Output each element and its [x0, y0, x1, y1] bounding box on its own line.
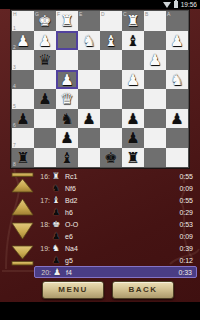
move-list: 16:♜Rc10:55♞Nf60:0917:♝Bd20:55♟h60:2918:… [34, 170, 197, 278]
move-piece-icon: ♜ [50, 170, 62, 182]
square-h1[interactable]: H1 [12, 11, 34, 31]
square-h7[interactable]: 7 [12, 128, 34, 148]
move-number: 19: [34, 245, 50, 252]
nav-jump-to-end-button[interactable] [12, 246, 33, 265]
file-label: H [13, 11, 17, 17]
square-c4[interactable]: ♟ [122, 70, 144, 90]
square-e1[interactable]: E [78, 11, 100, 31]
piece-bR: ♜ [12, 148, 34, 168]
square-d2[interactable]: ♝ [100, 31, 122, 51]
move-san: Na4 [62, 245, 179, 252]
square-c8[interactable]: ♜ [122, 148, 144, 168]
square-b7[interactable] [144, 128, 166, 148]
piece-wP: ♟ [144, 50, 166, 70]
piece-wP: ♟ [12, 31, 34, 51]
screen: 19:56 H1G♚F♜EDC♜BA2♟♟♞♝♝♟3♛♟4♟♟♞5♟♛6♟♞♟♟… [0, 0, 200, 320]
square-d1[interactable]: D [100, 11, 122, 31]
square-e3[interactable] [78, 50, 100, 70]
square-g5[interactable]: ♟ [34, 89, 56, 109]
piece-wB: ♝ [100, 31, 122, 51]
square-g2[interactable]: ♟ [34, 31, 56, 51]
square-h8[interactable]: 8♜ [12, 148, 34, 168]
move-san: Bd2 [62, 197, 179, 204]
square-a2[interactable]: ♟ [166, 31, 188, 51]
move-piece-icon: ♟ [51, 266, 63, 278]
piece-wR: ♜ [56, 11, 78, 31]
move-san: Nf6 [62, 185, 179, 192]
status-time: 19:56 [181, 0, 197, 9]
piece-wN: ♞ [166, 70, 188, 90]
piece-bK: ♚ [100, 148, 122, 168]
wifi-icon [163, 2, 171, 8]
square-g1[interactable]: G♚ [34, 11, 56, 31]
square-h3[interactable]: 3 [12, 50, 34, 70]
square-h2[interactable]: 2♟ [12, 31, 34, 51]
move-row[interactable]: 18:♚O-O0:53 [34, 218, 197, 230]
square-a6[interactable]: ♟ [166, 109, 188, 129]
piece-wP: ♟ [56, 70, 78, 90]
piece-bP: ♟ [122, 128, 144, 148]
square-g4[interactable] [34, 70, 56, 90]
square-c7[interactable]: ♟ [122, 128, 144, 148]
square-g6[interactable] [34, 109, 56, 129]
move-piece-icon: ♟ [50, 230, 62, 242]
piece-bP: ♟ [34, 89, 56, 109]
square-f3[interactable] [56, 50, 78, 70]
square-d6[interactable] [100, 109, 122, 129]
move-row[interactable]: ♟e60:09 [34, 230, 197, 242]
square-f1[interactable]: F♜ [56, 11, 78, 31]
square-a3[interactable] [166, 50, 188, 70]
square-f5[interactable]: ♛ [56, 89, 78, 109]
nav-previous-move-button[interactable] [12, 199, 33, 215]
square-e4[interactable] [78, 70, 100, 90]
move-clock: 0:55 [179, 173, 197, 180]
square-e5[interactable] [78, 89, 100, 109]
move-row[interactable]: ♟h60:29 [34, 206, 197, 218]
move-clock: 0:53 [179, 221, 197, 228]
move-san: g5 [62, 257, 179, 264]
move-piece-icon: ♞ [50, 242, 62, 254]
move-piece-icon: ♝ [50, 194, 62, 206]
square-a5[interactable] [166, 89, 188, 109]
square-c5[interactable] [122, 89, 144, 109]
square-f2[interactable] [56, 31, 78, 51]
move-clock: 0:12 [179, 257, 197, 264]
piece-wQ: ♛ [56, 89, 78, 109]
square-d8[interactable]: ♚ [100, 148, 122, 168]
piece-bB: ♝ [56, 148, 78, 168]
square-a7[interactable] [166, 128, 188, 148]
move-san: e6 [62, 233, 179, 240]
square-h4[interactable]: 4 [12, 70, 34, 90]
menu-button[interactable]: MENU [42, 281, 104, 299]
move-san: h6 [62, 209, 179, 216]
square-e2[interactable]: ♞ [78, 31, 100, 51]
square-c1[interactable]: C♜ [122, 11, 144, 31]
move-san: f4 [63, 269, 178, 276]
piece-wK: ♚ [34, 11, 56, 31]
move-row[interactable]: 19:♞Na40:39 [34, 242, 197, 254]
square-h6[interactable]: 6♟ [12, 109, 34, 129]
chess-board: H1G♚F♜EDC♜BA2♟♟♞♝♝♟3♛♟4♟♟♞5♟♛6♟♞♟♟♟7♟♟8♜… [11, 10, 189, 168]
square-f4[interactable]: ♟ [56, 70, 78, 90]
move-piece-icon: ♟ [50, 206, 62, 218]
square-a8[interactable] [166, 148, 188, 168]
move-row[interactable]: 16:♜Rc10:55 [34, 170, 197, 182]
move-clock: 0:09 [179, 233, 197, 240]
square-d5[interactable] [100, 89, 122, 109]
square-f7[interactable]: ♟ [56, 128, 78, 148]
move-number: 18: [34, 221, 50, 228]
move-clock: 0:55 [179, 197, 197, 204]
piece-bP: ♟ [78, 109, 100, 129]
move-number: 20: [35, 269, 51, 276]
piece-wP: ♟ [166, 31, 188, 51]
square-c2[interactable]: ♝ [122, 31, 144, 51]
move-row[interactable]: 20:♟f40:33 [34, 266, 197, 278]
square-d4[interactable] [100, 70, 122, 90]
move-row[interactable]: ♞Nf60:09 [34, 182, 197, 194]
battery-icon [174, 1, 178, 8]
piece-bR: ♜ [122, 148, 144, 168]
move-san: Rc1 [62, 173, 179, 180]
square-b8[interactable] [144, 148, 166, 168]
move-number: 17: [34, 197, 50, 204]
file-label: B [145, 11, 148, 17]
move-piece-icon: ♟ [50, 254, 62, 266]
nav-jump-to-start-button[interactable] [12, 173, 33, 192]
move-clock: 0:09 [179, 185, 197, 192]
square-b5[interactable] [144, 89, 166, 109]
square-c3[interactable] [122, 50, 144, 70]
piece-bQ: ♛ [34, 50, 56, 70]
square-a1[interactable]: A [166, 11, 188, 31]
move-row[interactable]: ♟g50:12 [34, 254, 197, 266]
piece-bP: ♟ [12, 109, 34, 129]
move-number: 16: [34, 173, 50, 180]
piece-bB: ♝ [122, 31, 144, 51]
square-g7[interactable] [34, 128, 56, 148]
back-button[interactable]: BACK [112, 281, 174, 299]
square-g3[interactable]: ♛ [34, 50, 56, 70]
square-e8[interactable] [78, 148, 100, 168]
square-g8[interactable] [34, 148, 56, 168]
nav-next-move-button[interactable] [12, 223, 33, 239]
status-bar: 19:56 [0, 0, 200, 9]
move-piece-icon: ♚ [50, 218, 62, 230]
move-piece-icon: ♞ [50, 182, 62, 194]
piece-bP: ♟ [166, 109, 188, 129]
move-clock: 0:29 [179, 209, 197, 216]
square-h5[interactable]: 5 [12, 89, 34, 109]
file-label: E [79, 11, 82, 17]
square-b3[interactable]: ♟ [144, 50, 166, 70]
piece-bP: ♟ [122, 109, 144, 129]
piece-bP: ♟ [56, 128, 78, 148]
square-e6[interactable]: ♟ [78, 109, 100, 129]
square-d3[interactable] [100, 50, 122, 70]
square-e7[interactable] [78, 128, 100, 148]
file-label: D [101, 11, 105, 17]
piece-wP: ♟ [34, 31, 56, 51]
piece-wR: ♜ [122, 11, 144, 31]
square-f6[interactable]: ♞ [56, 109, 78, 129]
move-clock: 0:39 [179, 245, 197, 252]
move-san: O-O [62, 221, 179, 228]
file-label: A [167, 11, 170, 17]
piece-wN: ♞ [78, 31, 100, 51]
move-row[interactable]: 17:♝Bd20:55 [34, 194, 197, 206]
square-b2[interactable] [144, 31, 166, 51]
square-a4[interactable]: ♞ [166, 70, 188, 90]
square-d7[interactable] [100, 128, 122, 148]
square-b6[interactable] [144, 109, 166, 129]
piece-bN: ♞ [56, 109, 78, 129]
move-clock: 0:33 [178, 269, 196, 276]
piece-wP: ♟ [122, 70, 144, 90]
square-c6[interactable]: ♟ [122, 109, 144, 129]
square-f8[interactable]: ♝ [56, 148, 78, 168]
square-b1[interactable]: B [144, 11, 166, 31]
move-nav [9, 172, 36, 267]
square-b4[interactable] [144, 70, 166, 90]
